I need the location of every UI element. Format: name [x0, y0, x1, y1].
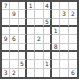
- cell-r7c9[interactable]: [69, 52, 77, 60]
- cell-r9c3[interactable]: [19, 69, 27, 77]
- cell-r1c7[interactable]: [52, 2, 60, 10]
- cell-r6c8[interactable]: [60, 44, 68, 52]
- cell-r9c5[interactable]: [35, 69, 43, 77]
- cell-r5c5-given[interactable]: 2: [35, 35, 43, 43]
- cell-r9c6[interactable]: [44, 69, 52, 77]
- cell-r6c6[interactable]: [44, 44, 52, 52]
- cell-r1c2[interactable]: [10, 2, 18, 10]
- cell-r6c4[interactable]: [27, 44, 35, 52]
- cell-r4c5[interactable]: [35, 27, 43, 35]
- cell-r4c7-given[interactable]: 1: [52, 27, 60, 35]
- cell-r3c6-given[interactable]: 5: [44, 19, 52, 27]
- cell-r2c2-given[interactable]: 9: [10, 10, 18, 18]
- cell-r1c5[interactable]: [35, 2, 43, 10]
- cell-r8c1[interactable]: [2, 60, 10, 68]
- cell-r6c2[interactable]: [10, 44, 18, 52]
- cell-r8c4[interactable]: [27, 60, 35, 68]
- cell-r4c2[interactable]: [10, 27, 18, 35]
- cell-r3c8[interactable]: [60, 19, 68, 27]
- cell-r6c1[interactable]: [2, 44, 10, 52]
- cell-r4c4[interactable]: [27, 27, 35, 35]
- cell-r1c3[interactable]: [19, 2, 27, 10]
- cell-r5c3[interactable]: [19, 35, 27, 43]
- cell-r3c5[interactable]: [35, 19, 43, 27]
- cell-r4c8[interactable]: [60, 27, 68, 35]
- cell-r1c4-given[interactable]: 1: [27, 2, 35, 10]
- cell-r3c9[interactable]: [69, 19, 77, 27]
- cell-r5c9[interactable]: [69, 35, 77, 43]
- cell-r5c7[interactable]: [52, 35, 60, 43]
- cell-r1c9[interactable]: [69, 2, 77, 10]
- cell-r1c8[interactable]: [60, 2, 68, 10]
- cell-r6c5[interactable]: [35, 44, 43, 52]
- cell-r7c4[interactable]: [27, 52, 35, 60]
- cell-r2c8-given[interactable]: 3: [60, 10, 68, 18]
- cell-r8c2[interactable]: [10, 60, 18, 68]
- cell-r2c7[interactable]: [52, 10, 60, 18]
- cell-r2c1[interactable]: [2, 10, 10, 18]
- cell-r9c4[interactable]: [27, 69, 35, 77]
- cell-r8c3-given[interactable]: 5: [19, 60, 27, 68]
- cell-r5c1-given[interactable]: 9: [2, 35, 10, 43]
- cell-r6c3[interactable]: [19, 44, 27, 52]
- cell-r1c1-given[interactable]: 7: [2, 2, 10, 10]
- cell-r8c8[interactable]: [60, 60, 68, 68]
- cell-r3c2[interactable]: [10, 19, 18, 27]
- cell-r2c5[interactable]: [35, 10, 43, 18]
- cell-r4c6[interactable]: [44, 27, 52, 35]
- cell-r5c6[interactable]: [44, 35, 52, 43]
- cell-r7c6[interactable]: [44, 52, 52, 60]
- cell-r9c9-given[interactable]: 6: [69, 69, 77, 77]
- cell-r2c4[interactable]: [27, 10, 35, 18]
- cell-r7c3[interactable]: [19, 52, 27, 60]
- cell-r4c1[interactable]: [2, 27, 10, 35]
- cell-r5c2-given[interactable]: 6: [10, 35, 18, 43]
- cell-r3c7[interactable]: [52, 19, 60, 27]
- cell-r3c1[interactable]: [2, 19, 10, 27]
- cell-r9c2-given[interactable]: 2: [10, 69, 18, 77]
- cell-r9c1-given[interactable]: 3: [2, 69, 10, 77]
- cell-r1c6-given[interactable]: 4: [44, 2, 52, 10]
- cell-r2c6[interactable]: [44, 10, 52, 18]
- cell-r3c3[interactable]: [19, 19, 27, 27]
- cell-r7c7[interactable]: [52, 52, 60, 60]
- cell-r8c6-given[interactable]: 1: [44, 60, 52, 68]
- cell-r7c5[interactable]: [35, 52, 43, 60]
- sudoku-board: 71493251962851326: [0, 0, 79, 79]
- cell-r9c7[interactable]: [52, 69, 60, 77]
- cell-r4c9[interactable]: [69, 27, 77, 35]
- cell-r8c5[interactable]: [35, 60, 43, 68]
- cell-r7c8[interactable]: [60, 52, 68, 60]
- cell-r9c8[interactable]: [60, 69, 68, 77]
- cell-r5c8[interactable]: [60, 35, 68, 43]
- cell-r4c3[interactable]: [19, 27, 27, 35]
- cell-r5c4[interactable]: [27, 35, 35, 43]
- cell-r3c4[interactable]: [27, 19, 35, 27]
- cell-r2c3[interactable]: [19, 10, 27, 18]
- cell-r7c1[interactable]: [2, 52, 10, 60]
- cell-r2c9-given[interactable]: 2: [69, 10, 77, 18]
- cell-r8c7[interactable]: [52, 60, 60, 68]
- cell-r8c9[interactable]: [69, 60, 77, 68]
- cell-r6c7-given[interactable]: 8: [52, 44, 60, 52]
- cell-r6c9[interactable]: [69, 44, 77, 52]
- cell-r7c2[interactable]: [10, 52, 18, 60]
